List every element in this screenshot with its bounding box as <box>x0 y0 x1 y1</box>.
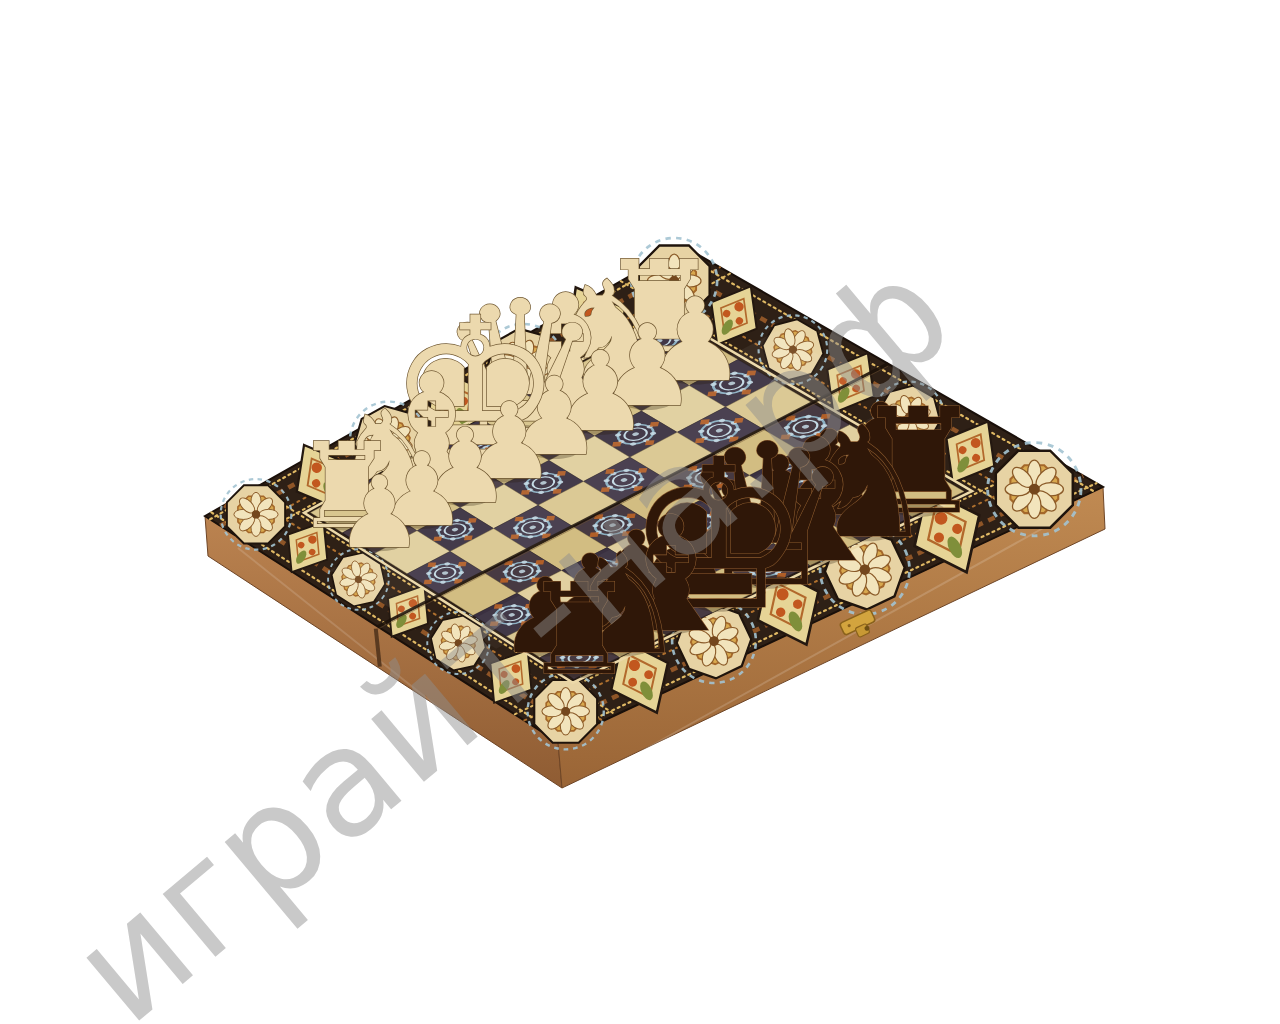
piece-white-pawn-h2: ♟ <box>335 455 424 570</box>
chess-set-photo-svg: ♜♟♞♟♝♟♛♟♚♟♝♟♟♞♜♟♟♜♞♟♟♝♟♛♟♚♟♝♟♞♟♜ <box>0 0 1280 1024</box>
piece-black-rook-h8: ♜ <box>523 557 635 702</box>
product-photo: ♜♟♞♟♝♟♛♟♚♟♝♟♟♞♜♟♟♜♞♟♟♝♟♛♟♚♟♝♟♞♟♜ играйт-… <box>0 0 1280 1024</box>
